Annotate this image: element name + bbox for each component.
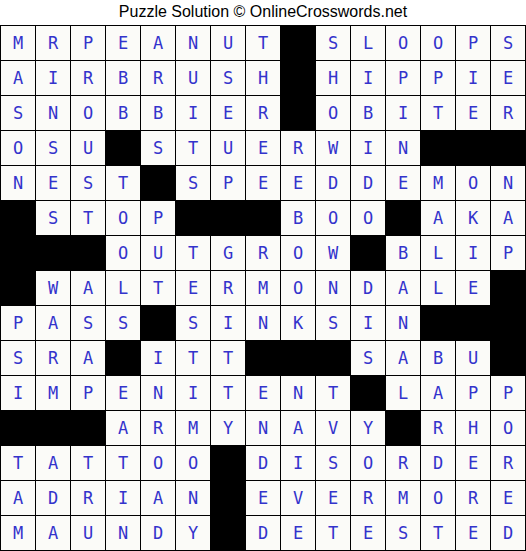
letter-cell: P	[491, 376, 526, 411]
black-cell	[1, 271, 36, 306]
letter-cell: L	[421, 236, 456, 271]
letter-cell: K	[281, 306, 316, 341]
black-cell	[176, 201, 211, 236]
letter-cell: O	[106, 201, 141, 236]
letter-cell: P	[456, 26, 491, 61]
black-cell	[421, 306, 456, 341]
black-cell	[36, 411, 71, 446]
letter-cell: S	[71, 306, 106, 341]
letter-cell: O	[281, 271, 316, 306]
letter-cell: I	[351, 131, 386, 166]
black-cell	[421, 131, 456, 166]
letter-cell: E	[36, 166, 71, 201]
black-cell	[351, 376, 386, 411]
letter-cell: R	[246, 236, 281, 271]
letter-cell: D	[246, 516, 281, 551]
letter-cell: B	[106, 96, 141, 131]
letter-cell: Y	[211, 411, 246, 446]
letter-cell: E	[491, 481, 526, 516]
letter-cell: P	[491, 236, 526, 271]
black-cell	[71, 411, 106, 446]
letter-cell: N	[246, 411, 281, 446]
letter-cell: B	[351, 96, 386, 131]
letter-cell: N	[176, 26, 211, 61]
letter-cell: M	[421, 166, 456, 201]
letter-cell: E	[246, 131, 281, 166]
letter-cell: H	[246, 61, 281, 96]
letter-cell: I	[106, 481, 141, 516]
letter-cell: M	[1, 26, 36, 61]
letter-cell: O	[71, 96, 106, 131]
black-cell	[456, 306, 491, 341]
letter-cell: E	[281, 166, 316, 201]
letter-cell: T	[421, 516, 456, 551]
letter-cell: P	[141, 201, 176, 236]
letter-cell: G	[211, 236, 246, 271]
letter-cell: I	[351, 306, 386, 341]
letter-cell: I	[176, 376, 211, 411]
letter-cell: R	[211, 271, 246, 306]
black-cell	[141, 166, 176, 201]
black-cell	[211, 516, 246, 551]
black-cell	[106, 341, 141, 376]
black-cell	[36, 236, 71, 271]
letter-cell: E	[351, 516, 386, 551]
letter-cell: A	[141, 26, 176, 61]
letter-cell: U	[71, 131, 106, 166]
black-cell	[491, 306, 526, 341]
letter-cell: N	[106, 516, 141, 551]
letter-cell: R	[421, 411, 456, 446]
letter-cell: S	[316, 306, 351, 341]
letter-cell: T	[141, 271, 176, 306]
letter-cell: E	[456, 516, 491, 551]
letter-cell: I	[1, 376, 36, 411]
black-cell	[246, 201, 281, 236]
letter-cell: R	[281, 131, 316, 166]
letter-cell: S	[316, 26, 351, 61]
letter-cell: T	[71, 201, 106, 236]
letter-cell: L	[106, 271, 141, 306]
letter-cell: P	[71, 26, 106, 61]
black-cell	[316, 341, 351, 376]
letter-cell: T	[211, 341, 246, 376]
letter-cell: B	[141, 96, 176, 131]
letter-cell: M	[386, 481, 421, 516]
letter-cell: T	[106, 446, 141, 481]
letter-cell: O	[281, 236, 316, 271]
black-cell	[106, 131, 141, 166]
letter-cell: K	[456, 201, 491, 236]
black-cell	[1, 411, 36, 446]
letter-cell: D	[246, 446, 281, 481]
letter-cell: U	[211, 26, 246, 61]
letter-cell: A	[386, 271, 421, 306]
letter-cell: R	[141, 61, 176, 96]
black-cell	[491, 341, 526, 376]
letter-cell: A	[1, 61, 36, 96]
letter-cell: P	[71, 376, 106, 411]
letter-cell: S	[71, 166, 106, 201]
letter-cell: R	[491, 96, 526, 131]
letter-cell: P	[421, 61, 456, 96]
letter-cell: A	[141, 481, 176, 516]
letter-cell: R	[36, 341, 71, 376]
letter-cell: T	[176, 341, 211, 376]
black-cell	[1, 236, 36, 271]
letter-cell: U	[176, 61, 211, 96]
letter-cell: T	[1, 446, 36, 481]
letter-cell: I	[351, 61, 386, 96]
letter-cell: N	[386, 131, 421, 166]
letter-cell: E	[246, 166, 281, 201]
letter-cell: A	[386, 341, 421, 376]
letter-cell: A	[36, 446, 71, 481]
letter-cell: S	[36, 201, 71, 236]
letter-cell: I	[176, 96, 211, 131]
letter-cell: O	[141, 446, 176, 481]
letter-cell: E	[246, 376, 281, 411]
black-cell	[211, 201, 246, 236]
letter-cell: I	[36, 61, 71, 96]
letter-cell: T	[106, 166, 141, 201]
letter-cell: A	[491, 201, 526, 236]
letter-cell: A	[36, 516, 71, 551]
letter-cell: O	[491, 411, 526, 446]
letter-cell: A	[71, 341, 106, 376]
letter-cell: Y	[176, 516, 211, 551]
letter-cell: D	[421, 446, 456, 481]
letter-cell: D	[316, 166, 351, 201]
letter-cell: E	[106, 376, 141, 411]
letter-cell: B	[386, 236, 421, 271]
letter-cell: O	[456, 166, 491, 201]
letter-cell: S	[141, 131, 176, 166]
letter-cell: B	[281, 201, 316, 236]
black-cell	[211, 481, 246, 516]
letter-cell: T	[211, 376, 246, 411]
letter-cell: S	[316, 446, 351, 481]
black-cell	[491, 131, 526, 166]
black-cell	[386, 411, 421, 446]
letter-cell: N	[176, 481, 211, 516]
letter-cell: V	[316, 411, 351, 446]
black-cell	[281, 26, 316, 61]
letter-cell: O	[176, 446, 211, 481]
letter-cell: M	[246, 271, 281, 306]
letter-cell: S	[386, 516, 421, 551]
letter-cell: S	[1, 96, 36, 131]
letter-cell: U	[71, 516, 106, 551]
letter-cell: M	[36, 376, 71, 411]
black-cell	[211, 446, 246, 481]
letter-cell: I	[386, 96, 421, 131]
letter-cell: R	[71, 61, 106, 96]
letter-cell: E	[106, 26, 141, 61]
letter-cell: U	[211, 131, 246, 166]
black-cell	[281, 341, 316, 376]
letter-cell: R	[491, 446, 526, 481]
letter-cell: N	[491, 166, 526, 201]
letter-cell: N	[246, 306, 281, 341]
letter-cell: H	[316, 61, 351, 96]
letter-cell: M	[1, 516, 36, 551]
letter-cell: M	[176, 411, 211, 446]
letter-cell: Y	[351, 411, 386, 446]
letter-cell: U	[141, 236, 176, 271]
letter-cell: I	[211, 306, 246, 341]
black-cell	[491, 271, 526, 306]
letter-cell: L	[421, 271, 456, 306]
letter-cell: R	[351, 481, 386, 516]
letter-cell: R	[456, 481, 491, 516]
letter-cell: P	[456, 376, 491, 411]
letter-cell: O	[316, 96, 351, 131]
letter-cell: I	[281, 446, 316, 481]
letter-cell: E	[456, 96, 491, 131]
letter-cell: W	[316, 131, 351, 166]
black-cell	[246, 341, 281, 376]
letter-cell: T	[71, 446, 106, 481]
letter-cell: E	[491, 61, 526, 96]
puzzle-solution-page: Puzzle Solution © OnlineCrosswords.net M…	[0, 0, 526, 551]
letter-cell: S	[176, 166, 211, 201]
letter-cell: I	[456, 236, 491, 271]
letter-cell: S	[1, 341, 36, 376]
letter-cell: T	[176, 236, 211, 271]
letter-cell: A	[421, 376, 456, 411]
letter-cell: P	[211, 166, 246, 201]
letter-cell: D	[36, 481, 71, 516]
letter-cell: E	[176, 271, 211, 306]
letter-cell: D	[141, 516, 176, 551]
letter-cell: A	[1, 481, 36, 516]
letter-cell: O	[421, 481, 456, 516]
letter-cell: R	[141, 411, 176, 446]
letter-cell: P	[386, 61, 421, 96]
letter-cell: N	[386, 306, 421, 341]
letter-cell: V	[281, 481, 316, 516]
letter-cell: B	[106, 61, 141, 96]
letter-cell: O	[106, 236, 141, 271]
letter-cell: E	[386, 166, 421, 201]
letter-cell: L	[386, 376, 421, 411]
letter-cell: I	[456, 61, 491, 96]
letter-cell: I	[141, 341, 176, 376]
letter-cell: O	[351, 446, 386, 481]
letter-cell: U	[456, 341, 491, 376]
letter-cell: S	[36, 131, 71, 166]
black-cell	[281, 61, 316, 96]
letter-cell: E	[456, 271, 491, 306]
letter-cell: O	[1, 131, 36, 166]
letter-cell: R	[386, 446, 421, 481]
letter-cell: N	[141, 376, 176, 411]
letter-cell: A	[281, 411, 316, 446]
letter-cell: S	[106, 306, 141, 341]
crossword-grid: MRPEANUTSLOOPSAIRBRUSHHIPPIESNOBBIEROBIT…	[0, 25, 526, 551]
letter-cell: S	[351, 341, 386, 376]
letter-cell: N	[36, 96, 71, 131]
black-cell	[71, 236, 106, 271]
letter-cell: S	[211, 61, 246, 96]
letter-cell: O	[351, 201, 386, 236]
letter-cell: N	[316, 271, 351, 306]
letter-cell: D	[491, 516, 526, 551]
letter-cell: E	[456, 446, 491, 481]
black-cell	[386, 201, 421, 236]
letter-cell: W	[316, 236, 351, 271]
letter-cell: E	[246, 481, 281, 516]
black-cell	[456, 131, 491, 166]
letter-cell: T	[176, 131, 211, 166]
letter-cell: E	[316, 481, 351, 516]
black-cell	[351, 236, 386, 271]
black-cell	[1, 201, 36, 236]
letter-cell: D	[351, 271, 386, 306]
letter-cell: H	[456, 411, 491, 446]
letter-cell: P	[1, 306, 36, 341]
letter-cell: T	[421, 96, 456, 131]
letter-cell: S	[491, 26, 526, 61]
letter-cell: B	[421, 341, 456, 376]
letter-cell: T	[316, 516, 351, 551]
letter-cell: A	[71, 271, 106, 306]
letter-cell: R	[246, 96, 281, 131]
letter-cell: R	[36, 26, 71, 61]
letter-cell: A	[36, 306, 71, 341]
letter-cell: N	[1, 166, 36, 201]
letter-cell: A	[106, 411, 141, 446]
black-cell	[281, 96, 316, 131]
letter-cell: E	[211, 96, 246, 131]
letter-cell: A	[421, 201, 456, 236]
letter-cell: L	[351, 26, 386, 61]
page-title: Puzzle Solution © OnlineCrosswords.net	[0, 0, 526, 25]
letter-cell: R	[71, 481, 106, 516]
letter-cell: E	[281, 516, 316, 551]
letter-cell: N	[281, 376, 316, 411]
letter-cell: O	[316, 201, 351, 236]
letter-cell: O	[386, 26, 421, 61]
letter-cell: O	[421, 26, 456, 61]
letter-cell: T	[316, 376, 351, 411]
black-cell	[141, 306, 176, 341]
letter-cell: W	[36, 271, 71, 306]
letter-cell: S	[176, 306, 211, 341]
letter-cell: T	[246, 26, 281, 61]
letter-cell: D	[351, 166, 386, 201]
